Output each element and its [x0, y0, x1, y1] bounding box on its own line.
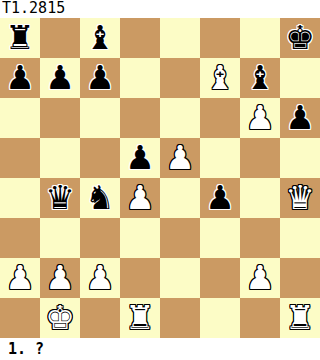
square-f3[interactable]	[200, 218, 240, 258]
square-h8[interactable]: ♚	[280, 18, 320, 58]
square-f7[interactable]: ♝	[200, 58, 240, 98]
square-a4[interactable]	[0, 178, 40, 218]
square-d3[interactable]	[120, 218, 160, 258]
square-e6[interactable]	[160, 98, 200, 138]
square-c3[interactable]	[80, 218, 120, 258]
square-e3[interactable]	[160, 218, 200, 258]
square-g7[interactable]: ♝	[240, 58, 280, 98]
white-queen: ♛	[285, 178, 315, 218]
square-d8[interactable]	[120, 18, 160, 58]
square-c4[interactable]: ♞	[80, 178, 120, 218]
square-f1[interactable]	[200, 298, 240, 338]
square-e8[interactable]	[160, 18, 200, 58]
square-e7[interactable]	[160, 58, 200, 98]
square-h1[interactable]: ♜	[280, 298, 320, 338]
chess-board: ♜♝♚♟♟♟♝♝♟♟♟♟♛♞♟♟♛♟♟♟♟♚♜♜	[0, 18, 320, 338]
square-a8[interactable]: ♜	[0, 18, 40, 58]
square-b5[interactable]	[40, 138, 80, 178]
square-g6[interactable]: ♟	[240, 98, 280, 138]
square-d2[interactable]	[120, 258, 160, 298]
square-a6[interactable]	[0, 98, 40, 138]
black-bishop: ♝	[245, 58, 275, 98]
square-f4[interactable]: ♟	[200, 178, 240, 218]
black-bishop: ♝	[85, 18, 115, 58]
white-pawn: ♟	[85, 258, 115, 298]
white-rook: ♜	[285, 298, 315, 338]
white-pawn: ♟	[245, 258, 275, 298]
square-e1[interactable]	[160, 298, 200, 338]
square-c7[interactable]: ♟	[80, 58, 120, 98]
move-prompt: 1. ?	[0, 338, 320, 360]
square-g2[interactable]: ♟	[240, 258, 280, 298]
square-f5[interactable]	[200, 138, 240, 178]
square-g1[interactable]	[240, 298, 280, 338]
square-b1[interactable]: ♚	[40, 298, 80, 338]
square-b2[interactable]: ♟	[40, 258, 80, 298]
square-d1[interactable]: ♜	[120, 298, 160, 338]
black-rook: ♜	[5, 18, 35, 58]
square-b7[interactable]: ♟	[40, 58, 80, 98]
square-e2[interactable]	[160, 258, 200, 298]
square-c2[interactable]: ♟	[80, 258, 120, 298]
white-pawn: ♟	[245, 98, 275, 138]
square-b6[interactable]	[40, 98, 80, 138]
square-c5[interactable]	[80, 138, 120, 178]
square-a1[interactable]	[0, 298, 40, 338]
square-a5[interactable]	[0, 138, 40, 178]
black-king: ♚	[285, 18, 315, 58]
black-queen: ♛	[45, 178, 75, 218]
black-pawn: ♟	[5, 58, 35, 98]
square-d6[interactable]	[120, 98, 160, 138]
square-h5[interactable]	[280, 138, 320, 178]
square-h3[interactable]	[280, 218, 320, 258]
black-pawn: ♟	[125, 138, 155, 178]
black-pawn: ♟	[45, 58, 75, 98]
square-c6[interactable]	[80, 98, 120, 138]
square-f8[interactable]	[200, 18, 240, 58]
square-f6[interactable]	[200, 98, 240, 138]
square-g5[interactable]	[240, 138, 280, 178]
square-b4[interactable]: ♛	[40, 178, 80, 218]
square-h6[interactable]: ♟	[280, 98, 320, 138]
square-g3[interactable]	[240, 218, 280, 258]
square-b8[interactable]	[40, 18, 80, 58]
square-h2[interactable]	[280, 258, 320, 298]
square-c8[interactable]: ♝	[80, 18, 120, 58]
chess-puzzle-window: T1.2815 ♜♝♚♟♟♟♝♝♟♟♟♟♛♞♟♟♛♟♟♟♟♚♜♜ 1. ?	[0, 0, 320, 360]
black-pawn: ♟	[285, 98, 315, 138]
square-a3[interactable]	[0, 218, 40, 258]
white-bishop: ♝	[205, 58, 235, 98]
square-e5[interactable]: ♟	[160, 138, 200, 178]
square-a2[interactable]: ♟	[0, 258, 40, 298]
square-d5[interactable]: ♟	[120, 138, 160, 178]
puzzle-id-label: T1.2815	[0, 0, 320, 18]
square-g8[interactable]	[240, 18, 280, 58]
square-h4[interactable]: ♛	[280, 178, 320, 218]
white-pawn: ♟	[5, 258, 35, 298]
white-pawn: ♟	[125, 178, 155, 218]
square-d7[interactable]	[120, 58, 160, 98]
square-d4[interactable]: ♟	[120, 178, 160, 218]
white-pawn: ♟	[45, 258, 75, 298]
square-c1[interactable]	[80, 298, 120, 338]
square-e4[interactable]	[160, 178, 200, 218]
square-f2[interactable]	[200, 258, 240, 298]
square-g4[interactable]	[240, 178, 280, 218]
white-pawn: ♟	[165, 138, 195, 178]
square-h7[interactable]	[280, 58, 320, 98]
square-a7[interactable]: ♟	[0, 58, 40, 98]
white-king: ♚	[45, 298, 75, 338]
square-b3[interactable]	[40, 218, 80, 258]
black-pawn: ♟	[205, 178, 235, 218]
black-pawn: ♟	[85, 58, 115, 98]
black-knight: ♞	[85, 178, 115, 218]
white-rook: ♜	[125, 298, 155, 338]
